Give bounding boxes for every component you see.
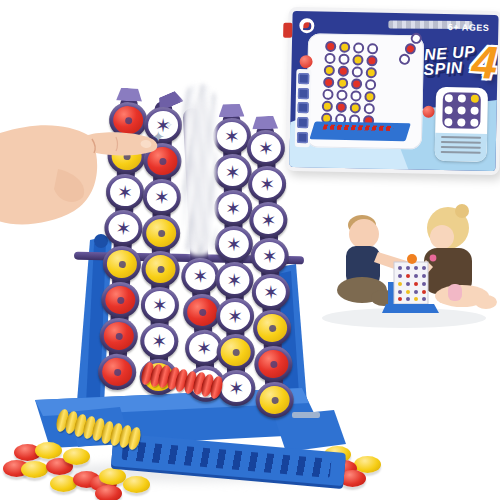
yellow-disc[interactable] [255, 381, 294, 418]
empty-slot[interactable]: ✶ [250, 237, 289, 274]
spinning-column-blur-inner [192, 96, 212, 246]
empty-slot[interactable]: ✶ [217, 370, 256, 407]
column-cap [252, 116, 278, 130]
yellow-disc[interactable] [216, 334, 255, 371]
column-cap [218, 104, 244, 117]
yellow-disc[interactable] [102, 245, 142, 283]
yellow-loose-disc[interactable] [21, 461, 48, 478]
red-disc[interactable] [254, 345, 293, 382]
pointing-hand [0, 95, 172, 245]
product-photo: ✶✶✶✶✶✶✶✶✶✶✶✶✶✶✶✶✶✶✶✶✶ ✦ ✧ 6+ AGES LINE U… [0, 0, 500, 500]
spin-sparkle-small-icon: ✧ [165, 120, 173, 130]
yellow-loose-disc[interactable] [123, 476, 150, 493]
empty-slot[interactable]: ✶ [247, 165, 286, 202]
red-disc[interactable] [99, 317, 139, 355]
empty-slot[interactable]: ✶ [213, 154, 252, 191]
empty-slot[interactable]: ✶ [249, 201, 288, 238]
empty-slot[interactable]: ✶ [246, 129, 285, 166]
empty-slot[interactable]: ✶ [140, 323, 179, 360]
yellow-loose-disc[interactable] [63, 448, 90, 465]
yellow-loose-disc[interactable] [99, 468, 126, 485]
red-disc[interactable] [97, 353, 137, 391]
empty-slot[interactable]: ✶ [214, 190, 253, 227]
yellow-loose-disc[interactable] [35, 442, 62, 459]
empty-slot[interactable]: ✶ [216, 298, 255, 335]
spin-sparkle-icon: ✦ [152, 128, 165, 146]
red-disc[interactable] [101, 281, 141, 319]
yellow-disc[interactable] [253, 309, 292, 346]
empty-slot[interactable]: ✶ [215, 262, 254, 299]
empty-slot[interactable]: ✶ [251, 273, 290, 310]
hand-shape [0, 125, 157, 224]
yellow-disc[interactable] [141, 251, 180, 288]
red-loose-disc[interactable] [95, 485, 122, 500]
empty-slot[interactable]: ✶ [214, 226, 253, 263]
empty-slot[interactable]: ✶ [141, 287, 180, 324]
